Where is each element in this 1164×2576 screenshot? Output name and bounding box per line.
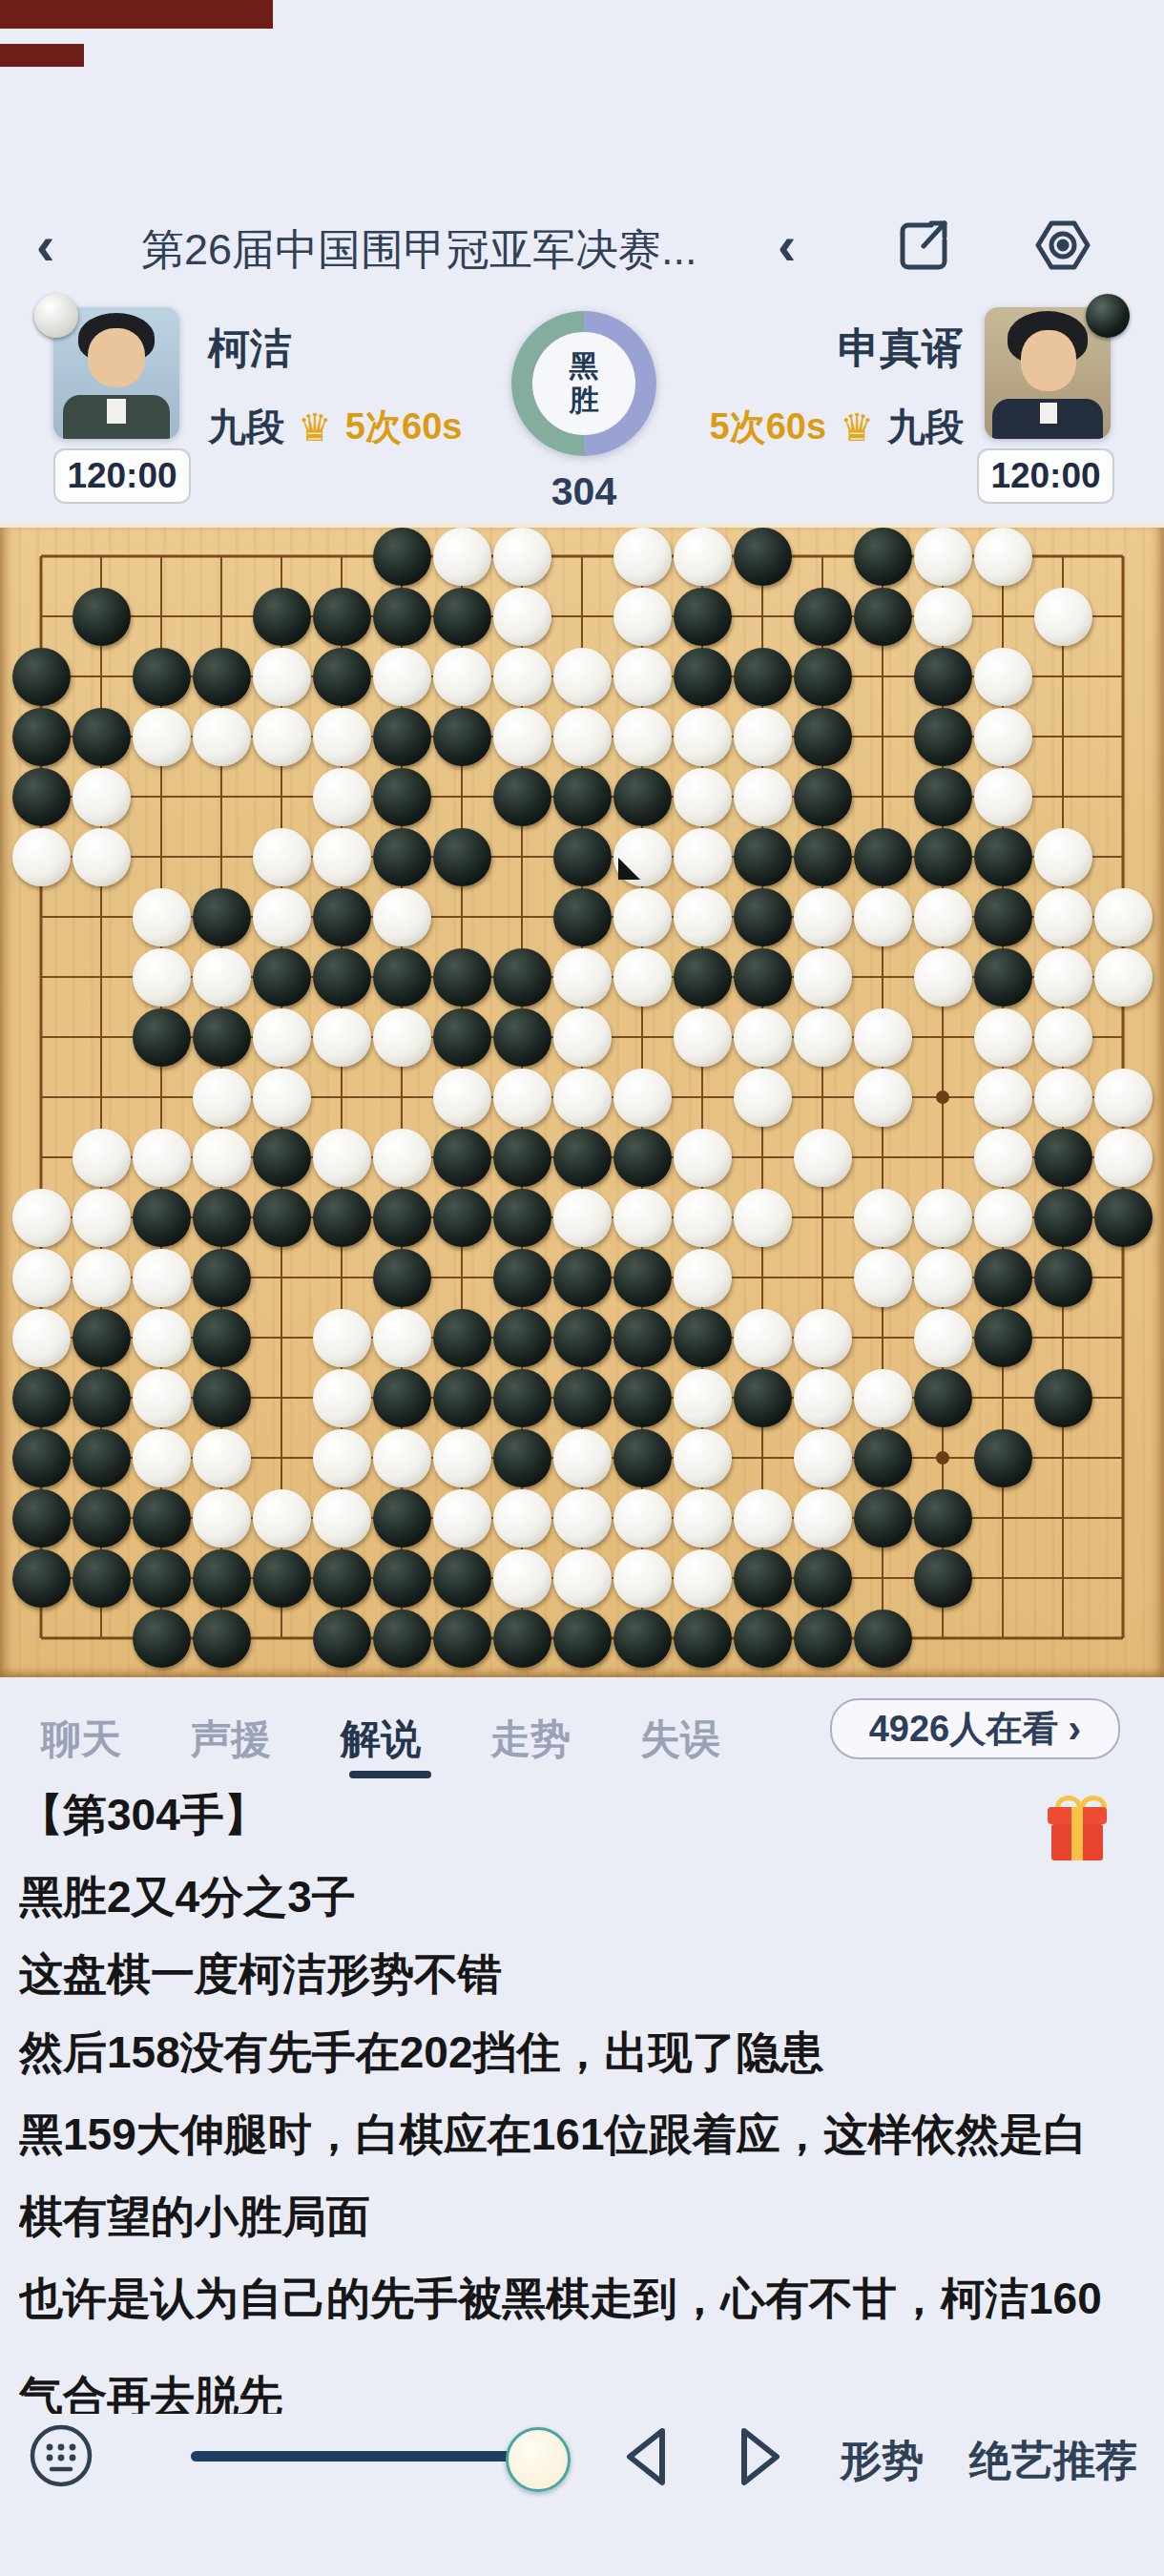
board-point[interactable] <box>312 1308 372 1368</box>
board-point[interactable] <box>973 587 1033 647</box>
board-point[interactable] <box>853 1308 913 1368</box>
board-point[interactable] <box>312 1548 372 1609</box>
board-point[interactable] <box>1093 1188 1154 1248</box>
tab-chat[interactable]: 聊天 <box>41 1713 121 1766</box>
situation-button[interactable]: 形势 <box>840 2433 924 2489</box>
board-point[interactable] <box>613 947 673 1008</box>
board-point[interactable] <box>11 1609 72 1669</box>
board-point[interactable] <box>252 1128 312 1188</box>
board-point[interactable] <box>372 947 432 1008</box>
board-point[interactable] <box>733 1068 793 1128</box>
board-point[interactable] <box>11 1248 72 1308</box>
board-point[interactable] <box>372 707 432 767</box>
board-point[interactable] <box>372 887 432 947</box>
board-point[interactable] <box>1093 707 1154 767</box>
board-point[interactable] <box>192 647 252 707</box>
board-point[interactable] <box>733 1368 793 1428</box>
board-point[interactable] <box>432 1368 492 1428</box>
board-point[interactable] <box>1093 1488 1154 1548</box>
board-point[interactable] <box>492 527 552 587</box>
board-point[interactable] <box>192 947 252 1008</box>
board-point[interactable] <box>793 527 853 587</box>
board-point[interactable] <box>613 527 673 587</box>
board-point[interactable] <box>432 587 492 647</box>
board-point[interactable] <box>1093 947 1154 1008</box>
board-point[interactable] <box>973 1368 1033 1428</box>
board-point[interactable] <box>733 1308 793 1368</box>
board-point[interactable] <box>312 647 372 707</box>
board-point[interactable] <box>132 1609 192 1669</box>
board-point[interactable] <box>492 1428 552 1488</box>
board-point[interactable] <box>913 707 973 767</box>
board-point[interactable] <box>252 827 312 887</box>
board-point[interactable] <box>673 1188 733 1248</box>
board-point[interactable] <box>132 1188 192 1248</box>
board-point[interactable] <box>252 767 312 827</box>
board-point[interactable] <box>492 647 552 707</box>
tab-commentary[interactable]: 解说 <box>341 1713 421 1766</box>
board-point[interactable] <box>72 1248 132 1308</box>
board-point[interactable] <box>132 827 192 887</box>
board-point[interactable] <box>252 1368 312 1428</box>
board-point[interactable] <box>673 1368 733 1428</box>
board-point[interactable] <box>673 1308 733 1368</box>
board-point[interactable] <box>72 1609 132 1669</box>
board-point[interactable] <box>973 1609 1033 1669</box>
board-point[interactable] <box>252 887 312 947</box>
board-point[interactable] <box>913 1068 973 1128</box>
board-point[interactable] <box>1033 947 1093 1008</box>
board-point[interactable] <box>1033 1308 1093 1368</box>
board-point[interactable] <box>913 587 973 647</box>
board-point[interactable] <box>793 1609 853 1669</box>
board-point[interactable] <box>492 707 552 767</box>
board-point[interactable] <box>552 887 613 947</box>
board-point[interactable] <box>1033 827 1093 887</box>
board-point[interactable] <box>733 1428 793 1488</box>
board-point[interactable] <box>1033 1248 1093 1308</box>
board-point[interactable] <box>132 947 192 1008</box>
board-point[interactable] <box>192 827 252 887</box>
board-point[interactable] <box>1093 887 1154 947</box>
board-point[interactable] <box>11 947 72 1008</box>
board-point[interactable] <box>673 647 733 707</box>
board-point[interactable] <box>613 1008 673 1068</box>
board-point[interactable] <box>733 1488 793 1548</box>
board-point[interactable] <box>372 1609 432 1669</box>
board-point[interactable] <box>11 647 72 707</box>
board-point[interactable] <box>973 1488 1033 1548</box>
board-point[interactable] <box>733 827 793 887</box>
board-point[interactable] <box>252 1428 312 1488</box>
board-point[interactable] <box>853 1488 913 1548</box>
board-point[interactable] <box>432 1188 492 1248</box>
board-point[interactable] <box>552 587 613 647</box>
board-point[interactable] <box>853 527 913 587</box>
board-point[interactable] <box>432 1548 492 1609</box>
board-point[interactable] <box>1033 1368 1093 1428</box>
go-board[interactable] <box>0 523 1164 1677</box>
board-point[interactable] <box>793 767 853 827</box>
board-point[interactable] <box>552 1428 613 1488</box>
board-point[interactable] <box>673 1128 733 1188</box>
board-point[interactable] <box>793 1188 853 1248</box>
board-point[interactable] <box>192 1008 252 1068</box>
board-point[interactable] <box>793 707 853 767</box>
board-point[interactable] <box>432 1609 492 1669</box>
board-point[interactable] <box>192 1248 252 1308</box>
board-point[interactable] <box>853 827 913 887</box>
board-point[interactable] <box>613 1548 673 1609</box>
board-point[interactable] <box>552 1368 613 1428</box>
board-point[interactable] <box>11 707 72 767</box>
board-point[interactable] <box>1093 827 1154 887</box>
board-point[interactable] <box>492 887 552 947</box>
board-point[interactable] <box>372 1068 432 1128</box>
board-point[interactable] <box>132 587 192 647</box>
board-point[interactable] <box>72 1368 132 1428</box>
board-point[interactable] <box>913 767 973 827</box>
board-point[interactable] <box>1093 587 1154 647</box>
board-point[interactable] <box>733 587 793 647</box>
board-point[interactable] <box>492 1609 552 1669</box>
board-point[interactable] <box>913 1368 973 1428</box>
board-point[interactable] <box>372 1188 432 1248</box>
board-point[interactable] <box>613 827 673 887</box>
board-point[interactable] <box>192 1609 252 1669</box>
board-point[interactable] <box>312 1068 372 1128</box>
board-point[interactable] <box>312 587 372 647</box>
board-point[interactable] <box>552 1128 613 1188</box>
board-point[interactable] <box>372 1008 432 1068</box>
board-point[interactable] <box>1033 647 1093 707</box>
board-point[interactable] <box>733 947 793 1008</box>
board-point[interactable] <box>432 887 492 947</box>
board-point[interactable] <box>673 1428 733 1488</box>
board-point[interactable] <box>132 1248 192 1308</box>
board-point[interactable] <box>613 1428 673 1488</box>
share-icon[interactable] <box>895 216 954 275</box>
board-point[interactable] <box>913 1128 973 1188</box>
board-point[interactable] <box>793 887 853 947</box>
board-point[interactable] <box>1033 887 1093 947</box>
board-point[interactable] <box>192 1188 252 1248</box>
board-point[interactable] <box>132 1128 192 1188</box>
tab-mistakes[interactable]: 失误 <box>640 1713 720 1766</box>
board-point[interactable] <box>973 827 1033 887</box>
board-point[interactable] <box>192 767 252 827</box>
board-point[interactable] <box>973 1548 1033 1609</box>
board-point[interactable] <box>1093 527 1154 587</box>
board-point[interactable] <box>432 1128 492 1188</box>
board-point[interactable] <box>552 1548 613 1609</box>
board-point[interactable] <box>312 947 372 1008</box>
board-point[interactable] <box>973 707 1033 767</box>
board-point[interactable] <box>312 1488 372 1548</box>
collapse-icon[interactable]: ‹ <box>778 218 796 273</box>
board-point[interactable] <box>192 1428 252 1488</box>
board-point[interactable] <box>312 767 372 827</box>
board-point[interactable] <box>252 1008 312 1068</box>
board-point[interactable] <box>552 1008 613 1068</box>
board-point[interactable] <box>492 1548 552 1609</box>
board-point[interactable] <box>192 1368 252 1428</box>
board-point[interactable] <box>973 1068 1033 1128</box>
board-point[interactable] <box>973 527 1033 587</box>
board-point[interactable] <box>11 527 72 587</box>
board-point[interactable] <box>673 587 733 647</box>
board-point[interactable] <box>312 1368 372 1428</box>
board-point[interactable] <box>552 1488 613 1548</box>
board-point[interactable] <box>252 707 312 767</box>
board-point[interactable] <box>1093 1068 1154 1128</box>
board-point[interactable] <box>192 587 252 647</box>
board-point[interactable] <box>312 887 372 947</box>
board-point[interactable] <box>673 827 733 887</box>
board-point[interactable] <box>11 887 72 947</box>
board-point[interactable] <box>252 1548 312 1609</box>
board-point[interactable] <box>733 1008 793 1068</box>
board-point[interactable] <box>11 1368 72 1428</box>
board-point[interactable] <box>552 707 613 767</box>
prev-move-button[interactable] <box>613 2421 681 2496</box>
board-point[interactable] <box>733 1128 793 1188</box>
board-point[interactable] <box>552 1308 613 1368</box>
board-point[interactable] <box>132 1068 192 1128</box>
board-point[interactable] <box>913 887 973 947</box>
board-point[interactable] <box>973 1308 1033 1368</box>
board-point[interactable] <box>492 1308 552 1368</box>
board-point[interactable] <box>1033 1548 1093 1609</box>
board-point[interactable] <box>492 1008 552 1068</box>
board-point[interactable] <box>492 767 552 827</box>
board-point[interactable] <box>372 767 432 827</box>
board-point[interactable] <box>973 1188 1033 1248</box>
board-point[interactable] <box>132 1488 192 1548</box>
board-point[interactable] <box>733 527 793 587</box>
board-point[interactable] <box>72 1548 132 1609</box>
board-point[interactable] <box>913 1428 973 1488</box>
board-point[interactable] <box>72 587 132 647</box>
board-point[interactable] <box>492 947 552 1008</box>
board-point[interactable] <box>793 947 853 1008</box>
board-point[interactable] <box>853 1068 913 1128</box>
board-point[interactable] <box>252 647 312 707</box>
board-point[interactable] <box>72 947 132 1008</box>
board-point[interactable] <box>733 647 793 707</box>
board-point[interactable] <box>1093 1609 1154 1669</box>
board-point[interactable] <box>132 647 192 707</box>
move-slider-knob[interactable] <box>506 2427 571 2492</box>
board-point[interactable] <box>132 1428 192 1488</box>
board-point[interactable] <box>372 827 432 887</box>
board-point[interactable] <box>793 1308 853 1368</box>
board-point[interactable] <box>733 1248 793 1308</box>
board-point[interactable] <box>252 587 312 647</box>
board-point[interactable] <box>192 707 252 767</box>
board-point[interactable] <box>11 827 72 887</box>
board-point[interactable] <box>72 1308 132 1368</box>
board-point[interactable] <box>432 1068 492 1128</box>
board-point[interactable] <box>11 767 72 827</box>
board-point[interactable] <box>733 707 793 767</box>
board-point[interactable] <box>132 1548 192 1609</box>
board-point[interactable] <box>1033 1128 1093 1188</box>
board-point[interactable] <box>312 827 372 887</box>
board-point[interactable] <box>492 1368 552 1428</box>
board-point[interactable] <box>973 1248 1033 1308</box>
board-point[interactable] <box>793 1128 853 1188</box>
board-point[interactable] <box>432 647 492 707</box>
board-point[interactable] <box>11 1548 72 1609</box>
board-point[interactable] <box>252 1488 312 1548</box>
board-point[interactable] <box>552 1609 613 1669</box>
board-point[interactable] <box>552 767 613 827</box>
board-point[interactable] <box>1093 1368 1154 1428</box>
board-point[interactable] <box>673 767 733 827</box>
board-point[interactable] <box>192 527 252 587</box>
board-point[interactable] <box>613 1128 673 1188</box>
board-point[interactable] <box>673 887 733 947</box>
board-point[interactable] <box>432 527 492 587</box>
board-point[interactable] <box>72 827 132 887</box>
board-point[interactable] <box>252 1609 312 1669</box>
board-point[interactable] <box>853 1609 913 1669</box>
board-point[interactable] <box>72 1188 132 1248</box>
board-point[interactable] <box>372 647 432 707</box>
tab-cheer[interactable]: 声援 <box>191 1713 271 1766</box>
board-point[interactable] <box>132 1368 192 1428</box>
board-point[interactable] <box>913 1008 973 1068</box>
board-point[interactable] <box>252 1248 312 1308</box>
board-point[interactable] <box>913 1548 973 1609</box>
board-point[interactable] <box>853 947 913 1008</box>
board-point[interactable] <box>1093 1428 1154 1488</box>
board-point[interactable] <box>132 1008 192 1068</box>
board-point[interactable] <box>853 587 913 647</box>
board-point[interactable] <box>372 1548 432 1609</box>
board-point[interactable] <box>973 1008 1033 1068</box>
board-point[interactable] <box>853 1128 913 1188</box>
keyboard-icon[interactable] <box>27 2421 95 2494</box>
board-point[interactable] <box>492 827 552 887</box>
board-point[interactable] <box>793 1548 853 1609</box>
board-point[interactable] <box>11 1128 72 1188</box>
board-point[interactable] <box>312 527 372 587</box>
board-point[interactable] <box>853 887 913 947</box>
board-point[interactable] <box>1033 1428 1093 1488</box>
board-point[interactable] <box>913 1308 973 1368</box>
board-point[interactable] <box>913 947 973 1008</box>
board-point[interactable] <box>72 767 132 827</box>
board-point[interactable] <box>492 1128 552 1188</box>
board-point[interactable] <box>432 1308 492 1368</box>
board-point[interactable] <box>973 887 1033 947</box>
board-point[interactable] <box>192 887 252 947</box>
board-point[interactable] <box>853 1248 913 1308</box>
board-point[interactable] <box>673 1008 733 1068</box>
ai-recommend-button[interactable]: 绝艺推荐 <box>969 2433 1137 2489</box>
board-point[interactable] <box>552 1068 613 1128</box>
board-point[interactable] <box>613 1368 673 1428</box>
back-icon[interactable]: ‹ <box>36 218 54 273</box>
board-point[interactable] <box>372 1428 432 1488</box>
board-point[interactable] <box>11 1068 72 1128</box>
board-point[interactable] <box>793 1068 853 1128</box>
board-point[interactable] <box>913 1248 973 1308</box>
board-point[interactable] <box>793 1248 853 1308</box>
board-point[interactable] <box>1093 1548 1154 1609</box>
board-point[interactable] <box>372 1488 432 1548</box>
board-point[interactable] <box>973 1128 1033 1188</box>
board-point[interactable] <box>613 1068 673 1128</box>
board-point[interactable] <box>432 827 492 887</box>
board-point[interactable] <box>733 1609 793 1669</box>
board-point[interactable] <box>492 1188 552 1248</box>
board-point[interactable] <box>72 707 132 767</box>
board-point[interactable] <box>11 1308 72 1368</box>
board-point[interactable] <box>312 1428 372 1488</box>
board-point[interactable] <box>192 1128 252 1188</box>
board-point[interactable] <box>72 647 132 707</box>
board-point[interactable] <box>552 647 613 707</box>
board-point[interactable] <box>492 1248 552 1308</box>
board-point[interactable] <box>11 1188 72 1248</box>
board-point[interactable] <box>72 1488 132 1548</box>
board-point[interactable] <box>492 1488 552 1548</box>
board-point[interactable] <box>372 1368 432 1428</box>
board-point[interactable] <box>312 1008 372 1068</box>
board-point[interactable] <box>673 527 733 587</box>
board-point[interactable] <box>552 1248 613 1308</box>
board-point[interactable] <box>913 647 973 707</box>
board-point[interactable] <box>11 587 72 647</box>
move-slider-track[interactable] <box>191 2451 542 2462</box>
next-move-button[interactable] <box>725 2421 794 2496</box>
board-point[interactable] <box>1093 1128 1154 1188</box>
board-point[interactable] <box>973 947 1033 1008</box>
board-point[interactable] <box>1093 1248 1154 1308</box>
board-point[interactable] <box>372 527 432 587</box>
board-point[interactable] <box>853 647 913 707</box>
board-point[interactable] <box>552 827 613 887</box>
board-point[interactable] <box>853 1008 913 1068</box>
board-point[interactable] <box>132 887 192 947</box>
board-point[interactable] <box>72 1128 132 1188</box>
board-point[interactable] <box>312 1128 372 1188</box>
board-point[interactable] <box>913 1188 973 1248</box>
board-point[interactable] <box>1033 587 1093 647</box>
board-point[interactable] <box>432 1488 492 1548</box>
board-point[interactable] <box>252 1188 312 1248</box>
board-point[interactable] <box>72 1068 132 1128</box>
board-point[interactable] <box>492 1068 552 1128</box>
board-point[interactable] <box>793 587 853 647</box>
board-point[interactable] <box>613 647 673 707</box>
board-point[interactable] <box>613 1488 673 1548</box>
board-point[interactable] <box>132 707 192 767</box>
board-point[interactable] <box>312 1609 372 1669</box>
board-point[interactable] <box>673 1548 733 1609</box>
board-point[interactable] <box>372 1248 432 1308</box>
board-point[interactable] <box>432 707 492 767</box>
board-point[interactable] <box>793 827 853 887</box>
board-point[interactable] <box>613 1609 673 1669</box>
board-point[interactable] <box>432 1248 492 1308</box>
gift-icon[interactable] <box>1048 1796 1107 1860</box>
board-point[interactable] <box>72 887 132 947</box>
board-point[interactable] <box>552 527 613 587</box>
